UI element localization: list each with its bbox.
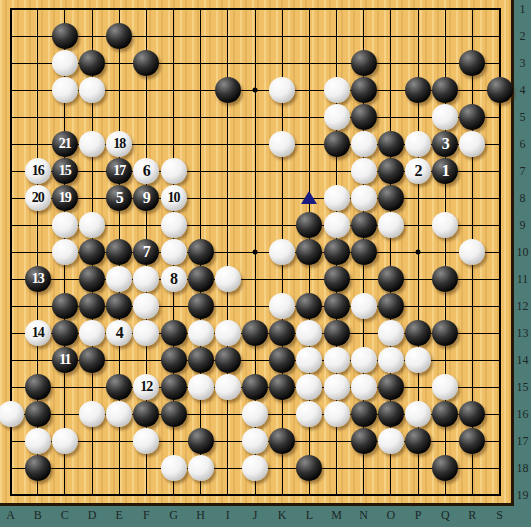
move-number: 2: [405, 158, 431, 184]
stone-black[interactable]: [133, 50, 159, 76]
move-number: 16: [25, 158, 51, 184]
stone-white[interactable]: [161, 212, 187, 238]
column-label: L: [299, 503, 319, 527]
stone-white[interactable]: [133, 266, 159, 292]
star-point: [253, 88, 258, 93]
stone-black[interactable]: [405, 77, 431, 103]
stone-black[interactable]: [351, 401, 377, 427]
stone-black[interactable]: [52, 23, 78, 49]
move-number: 3: [432, 131, 458, 157]
stone-black[interactable]: [432, 401, 458, 427]
stone-black[interactable]: [188, 428, 214, 454]
stone-white[interactable]: [296, 347, 322, 373]
row-label: 5: [514, 108, 531, 126]
stone-white[interactable]: 4: [106, 320, 132, 346]
row-label: 12: [514, 297, 531, 315]
stone-white[interactable]: [52, 428, 78, 454]
move-number: 8: [161, 266, 187, 292]
stone-white[interactable]: [215, 266, 241, 292]
move-number: 9: [133, 185, 159, 211]
stone-black[interactable]: [188, 266, 214, 292]
move-number: 11: [52, 347, 78, 373]
stone-white[interactable]: 2: [405, 158, 431, 184]
stone-white[interactable]: [351, 131, 377, 157]
stone-black[interactable]: [324, 266, 350, 292]
stone-white[interactable]: [106, 266, 132, 292]
stone-black[interactable]: [432, 77, 458, 103]
stone-white[interactable]: [242, 455, 268, 481]
stone-black[interactable]: [79, 239, 105, 265]
move-number: 14: [25, 320, 51, 346]
stone-white[interactable]: [161, 158, 187, 184]
row-label: 8: [514, 189, 531, 207]
grid-hline: [10, 8, 501, 10]
stone-black[interactable]: [324, 239, 350, 265]
column-label: R: [462, 503, 482, 527]
stone-white[interactable]: [459, 239, 485, 265]
stone-white[interactable]: [296, 320, 322, 346]
stone-black[interactable]: [296, 212, 322, 238]
stone-white[interactable]: [405, 131, 431, 157]
stone-black[interactable]: 7: [133, 239, 159, 265]
stone-white[interactable]: [351, 158, 377, 184]
grid-hline: [10, 36, 501, 37]
stone-white[interactable]: [52, 212, 78, 238]
column-label: A: [1, 503, 21, 527]
stone-white[interactable]: [161, 455, 187, 481]
grid-hline: [10, 198, 501, 199]
stone-white[interactable]: [0, 401, 24, 427]
stone-white[interactable]: [405, 347, 431, 373]
stone-white[interactable]: 10: [161, 185, 187, 211]
stone-black[interactable]: [459, 50, 485, 76]
column-label: N: [354, 503, 374, 527]
stone-black[interactable]: [459, 428, 485, 454]
stone-black[interactable]: [79, 50, 105, 76]
stone-black[interactable]: [25, 374, 51, 400]
stone-black[interactable]: [269, 320, 295, 346]
stone-black[interactable]: [106, 23, 132, 49]
column-label: E: [109, 503, 129, 527]
column-label: H: [191, 503, 211, 527]
stone-black[interactable]: [161, 347, 187, 373]
stone-white[interactable]: [79, 77, 105, 103]
stone-white[interactable]: [269, 239, 295, 265]
column-label: G: [164, 503, 184, 527]
stone-white[interactable]: [52, 239, 78, 265]
stone-white[interactable]: [378, 212, 404, 238]
stone-black[interactable]: [106, 293, 132, 319]
stone-white[interactable]: [161, 239, 187, 265]
move-number: 17: [106, 158, 132, 184]
stone-black[interactable]: [432, 455, 458, 481]
stone-white[interactable]: [296, 374, 322, 400]
stone-black[interactable]: [351, 428, 377, 454]
stone-black[interactable]: [188, 347, 214, 373]
move-number: 19: [52, 185, 78, 211]
stone-black[interactable]: [351, 239, 377, 265]
row-label: 11: [514, 270, 531, 288]
stone-white[interactable]: [351, 185, 377, 211]
stone-black[interactable]: [269, 428, 295, 454]
stone-white[interactable]: [296, 401, 322, 427]
row-label: 7: [514, 162, 531, 180]
stone-black[interactable]: [405, 320, 431, 346]
stone-white[interactable]: [378, 320, 404, 346]
column-label: M: [327, 503, 347, 527]
row-label: 1: [514, 0, 531, 18]
row-label: 4: [514, 81, 531, 99]
column-label: I: [218, 503, 238, 527]
stone-black[interactable]: 19: [52, 185, 78, 211]
stone-white[interactable]: [215, 320, 241, 346]
move-number: 12: [133, 374, 159, 400]
stone-white[interactable]: [242, 428, 268, 454]
column-label: K: [272, 503, 292, 527]
stone-black[interactable]: [351, 77, 377, 103]
stone-black[interactable]: [106, 239, 132, 265]
stone-white[interactable]: [324, 77, 350, 103]
stone-white[interactable]: 20: [25, 185, 51, 211]
stone-white[interactable]: [106, 401, 132, 427]
stone-white[interactable]: [79, 131, 105, 157]
stone-black[interactable]: [296, 455, 322, 481]
stone-white[interactable]: [25, 428, 51, 454]
row-label: 15: [514, 378, 531, 396]
stone-white[interactable]: [351, 347, 377, 373]
move-number: 13: [25, 266, 51, 292]
star-point: [416, 250, 421, 255]
stone-black[interactable]: [351, 212, 377, 238]
row-label: 17: [514, 432, 531, 450]
row-label: 10: [514, 243, 531, 261]
stone-black[interactable]: [432, 266, 458, 292]
stone-black[interactable]: [378, 293, 404, 319]
stone-black[interactable]: 1: [432, 158, 458, 184]
stone-white[interactable]: [432, 104, 458, 130]
move-number: 15: [52, 158, 78, 184]
stone-black[interactable]: [378, 401, 404, 427]
stone-white[interactable]: [378, 347, 404, 373]
stone-white[interactable]: [133, 428, 159, 454]
move-number: 5: [106, 185, 132, 211]
move-number: 21: [52, 131, 78, 157]
row-label: 16: [514, 405, 531, 423]
stone-black[interactable]: [378, 266, 404, 292]
grid-hline: [10, 117, 501, 118]
go-board[interactable]: 211831615176212019591071381441112: [0, 0, 514, 506]
stone-black[interactable]: [52, 293, 78, 319]
stone-black[interactable]: [161, 374, 187, 400]
stone-black[interactable]: [133, 401, 159, 427]
stone-white[interactable]: [269, 77, 295, 103]
stone-white[interactable]: [242, 401, 268, 427]
stone-white[interactable]: 8: [161, 266, 187, 292]
stone-black[interactable]: [161, 320, 187, 346]
grid-hline: [10, 494, 501, 496]
stone-black[interactable]: 13: [25, 266, 51, 292]
stone-black[interactable]: [79, 347, 105, 373]
stone-black[interactable]: 21: [52, 131, 78, 157]
stone-white[interactable]: [378, 428, 404, 454]
stone-black[interactable]: 17: [106, 158, 132, 184]
stone-black[interactable]: [324, 131, 350, 157]
column-label: J: [245, 503, 265, 527]
stone-black[interactable]: [106, 374, 132, 400]
triangle-marker: [301, 191, 317, 204]
stone-black[interactable]: [269, 347, 295, 373]
stone-white[interactable]: 18: [106, 131, 132, 157]
column-label: F: [136, 503, 156, 527]
stone-black[interactable]: [487, 77, 513, 103]
stone-white[interactable]: [133, 293, 159, 319]
stone-black[interactable]: 11: [52, 347, 78, 373]
stone-white[interactable]: [269, 131, 295, 157]
stone-white[interactable]: [52, 77, 78, 103]
stone-white[interactable]: [79, 212, 105, 238]
stone-black[interactable]: 9: [133, 185, 159, 211]
stone-black[interactable]: 5: [106, 185, 132, 211]
stone-white[interactable]: [432, 374, 458, 400]
stone-white[interactable]: [188, 455, 214, 481]
stone-white[interactable]: [188, 374, 214, 400]
stone-white[interactable]: [459, 131, 485, 157]
stone-white[interactable]: [324, 104, 350, 130]
stone-white[interactable]: [215, 374, 241, 400]
stone-black[interactable]: [242, 374, 268, 400]
move-number: 6: [133, 158, 159, 184]
column-label: C: [55, 503, 75, 527]
stone-white[interactable]: [351, 293, 377, 319]
stone-white[interactable]: [133, 320, 159, 346]
move-number: 20: [25, 185, 51, 211]
stone-black[interactable]: [161, 401, 187, 427]
stone-black[interactable]: [459, 401, 485, 427]
stone-white[interactable]: 6: [133, 158, 159, 184]
stone-white[interactable]: [324, 401, 350, 427]
stone-white[interactable]: [79, 401, 105, 427]
stone-white[interactable]: 16: [25, 158, 51, 184]
stone-black[interactable]: [324, 293, 350, 319]
stone-black[interactable]: 15: [52, 158, 78, 184]
row-label: 6: [514, 135, 531, 153]
row-label: 2: [514, 27, 531, 45]
stone-black[interactable]: 3: [432, 131, 458, 157]
stone-black[interactable]: [296, 293, 322, 319]
stone-black[interactable]: [242, 320, 268, 346]
stone-black[interactable]: [324, 320, 350, 346]
move-number: 10: [161, 185, 187, 211]
stone-black[interactable]: [378, 158, 404, 184]
stone-black[interactable]: [188, 293, 214, 319]
stone-white[interactable]: [324, 374, 350, 400]
stone-white[interactable]: [405, 401, 431, 427]
column-label: O: [381, 503, 401, 527]
stone-black[interactable]: [25, 401, 51, 427]
row-label: 3: [514, 54, 531, 72]
stone-black[interactable]: [79, 293, 105, 319]
stone-white[interactable]: [351, 374, 377, 400]
stone-black[interactable]: [188, 239, 214, 265]
stone-black[interactable]: [459, 104, 485, 130]
stone-black[interactable]: [378, 131, 404, 157]
star-point: [253, 250, 258, 255]
stone-black[interactable]: [296, 239, 322, 265]
stone-black[interactable]: [25, 455, 51, 481]
stone-white[interactable]: [79, 320, 105, 346]
stone-white[interactable]: 14: [25, 320, 51, 346]
stone-black[interactable]: [79, 266, 105, 292]
stone-black[interactable]: [215, 77, 241, 103]
stone-black[interactable]: [52, 320, 78, 346]
row-label: 14: [514, 351, 531, 369]
stone-black[interactable]: [269, 374, 295, 400]
row-label: 19: [514, 486, 531, 504]
stone-black[interactable]: [405, 428, 431, 454]
stone-black[interactable]: [378, 185, 404, 211]
stone-black[interactable]: [351, 50, 377, 76]
row-label: 13: [514, 324, 531, 342]
stone-white[interactable]: [324, 212, 350, 238]
column-label: B: [28, 503, 48, 527]
stone-black[interactable]: [351, 104, 377, 130]
column-label: D: [82, 503, 102, 527]
stone-white[interactable]: [269, 293, 295, 319]
stone-black[interactable]: [378, 374, 404, 400]
column-label: P: [408, 503, 428, 527]
stone-white[interactable]: [188, 320, 214, 346]
stone-white[interactable]: [324, 347, 350, 373]
column-label: Q: [435, 503, 455, 527]
row-label: 9: [514, 216, 531, 234]
move-number: 4: [106, 320, 132, 346]
stone-black[interactable]: [432, 320, 458, 346]
move-number: 18: [106, 131, 132, 157]
stone-white[interactable]: 12: [133, 374, 159, 400]
stone-white[interactable]: [52, 50, 78, 76]
column-label: S: [490, 503, 510, 527]
stone-black[interactable]: [215, 347, 241, 373]
stone-white[interactable]: [432, 212, 458, 238]
go-board-diagram: 211831615176212019591071381441112 ABCDEF…: [0, 0, 531, 527]
move-number: 1: [432, 158, 458, 184]
move-number: 7: [133, 239, 159, 265]
row-label: 18: [514, 459, 531, 477]
stone-white[interactable]: [324, 185, 350, 211]
